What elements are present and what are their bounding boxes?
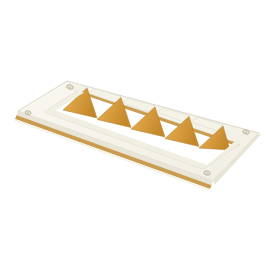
product-photo <box>0 0 270 270</box>
vent-illustration <box>0 0 270 270</box>
